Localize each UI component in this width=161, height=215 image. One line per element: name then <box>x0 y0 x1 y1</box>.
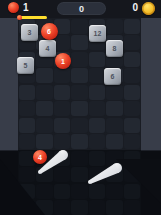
top-hud: 1 0 0 <box>0 0 161 18</box>
game-screen: 3124856614 1 0 0 <box>0 0 161 215</box>
right-flipper[interactable] <box>88 163 122 184</box>
left-flipper[interactable] <box>38 150 68 174</box>
progress-dot-icon <box>17 15 22 20</box>
progress-bar <box>19 16 47 19</box>
coin-icon[interactable] <box>142 2 155 15</box>
score-display: 0 <box>57 2 106 15</box>
ball-count: 1 <box>23 2 29 14</box>
ball-count-icon <box>8 2 19 13</box>
coin-count: 0 <box>118 2 138 14</box>
